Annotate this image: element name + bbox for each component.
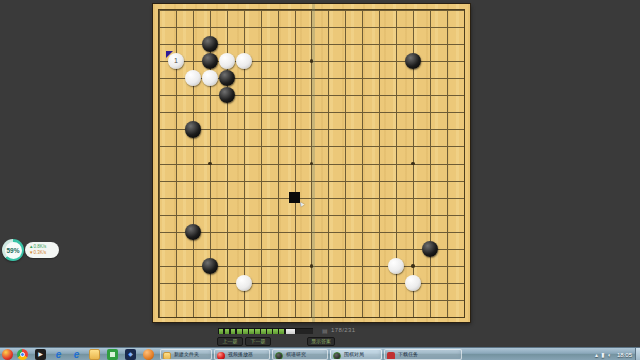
speed-ball-percent: 59% — [5, 242, 22, 259]
download-speed: ▼0.3K/s — [29, 250, 59, 256]
task-button-label: 新建文件夹 — [174, 351, 199, 357]
move-timeline[interactable] — [218, 328, 313, 334]
red-circle-icon — [217, 352, 225, 360]
black-stone — [202, 258, 218, 274]
system-tray[interactable]: ▴▮◖18:05 — [595, 348, 635, 360]
white-stone — [236, 275, 252, 291]
start-icon[interactable] — [2, 349, 13, 360]
show-desktop-button[interactable] — [635, 348, 640, 360]
taskbar-task-button[interactable]: 视频播放器 — [214, 349, 270, 360]
orange-app-icon[interactable] — [143, 349, 154, 360]
next-problem-button[interactable]: 下一题 — [245, 337, 271, 346]
chrome-icon[interactable] — [17, 349, 28, 360]
taskbar-task-button[interactable]: 新建文件夹 — [160, 349, 212, 360]
timeline-remaining — [296, 329, 313, 334]
black-stone — [185, 224, 201, 240]
task-button-label: 下载任务 — [398, 351, 418, 357]
taskbar-task-button[interactable]: 围棋对局 — [330, 349, 382, 360]
task-button-label: 棋谱研究 — [286, 351, 306, 357]
timeline-segment — [231, 329, 236, 334]
task-button-label: 视频播放器 — [228, 351, 253, 357]
timeline-segment — [261, 329, 266, 334]
speed-ball-widget[interactable]: 59% — [2, 239, 24, 261]
go-board: 1▲ — [153, 4, 470, 322]
move-number-label: 1 — [168, 53, 184, 69]
taskbar-task-button[interactable]: 下载任务 — [384, 349, 462, 360]
media-player-icon[interactable]: ▶ — [35, 349, 46, 360]
taskbar: ▴▮◖18:05 ▶ee◆新建文件夹视频播放器棋谱研究围棋对局下载任务 — [0, 347, 640, 360]
timeline-segment — [279, 329, 284, 334]
network-icon[interactable]: ▮ — [601, 351, 604, 358]
move-counter: 178/231 — [331, 327, 356, 333]
desktop-screen: 1▲ 59% ▲0.8K/s ▼0.3K/s ▤ 178/231 上一题 下一题… — [0, 0, 640, 360]
hidden-icons-arrow[interactable]: ▴ — [595, 351, 598, 358]
navy-app-icon[interactable]: ◆ — [125, 349, 136, 360]
ie2-icon[interactable]: e — [71, 349, 82, 360]
red-square-icon — [387, 352, 395, 360]
folder-icon[interactable] — [89, 349, 100, 360]
timeline-segment — [267, 329, 272, 334]
taskbar-clock[interactable]: 18:05 — [614, 352, 635, 358]
star-point — [411, 264, 415, 268]
green-app-icon[interactable] — [107, 349, 118, 360]
show-answer-button[interactable]: 显示答案 — [307, 337, 335, 346]
timeline-segment — [219, 329, 224, 334]
volume-icon[interactable]: ◖ — [607, 352, 611, 358]
prev-problem-button[interactable]: 上一题 — [217, 337, 243, 346]
star-point — [208, 162, 212, 166]
folder-icon — [163, 352, 171, 360]
black-stone-icon — [275, 352, 283, 360]
black-stone — [422, 241, 438, 257]
speed-ball-tooltip: ▲0.8K/s ▼0.3K/s — [25, 242, 59, 258]
ie-icon[interactable]: e — [53, 349, 64, 360]
white-stone: 1 — [168, 53, 184, 69]
timeline-position-marker[interactable] — [286, 329, 295, 334]
star-point — [411, 162, 415, 166]
timeline-segment — [237, 329, 242, 334]
black-stone — [185, 121, 201, 137]
star-point — [310, 264, 314, 268]
black-stone-icon — [333, 352, 341, 360]
star-point — [310, 59, 314, 63]
timeline-segment — [249, 329, 254, 334]
timeline-segment — [225, 329, 230, 334]
list-icon: ▤ — [322, 327, 328, 334]
timeline-segment — [273, 329, 278, 334]
timeline-segment — [255, 329, 260, 334]
task-button-label: 围棋对局 — [344, 351, 364, 357]
timeline-segment — [243, 329, 248, 334]
taskbar-task-button[interactable]: 棋谱研究 — [272, 349, 328, 360]
